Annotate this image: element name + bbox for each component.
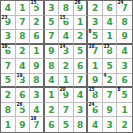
cell-r0c1[interactable]: 1	[16, 1, 31, 16]
cage-sum: 8	[117, 88, 121, 92]
cell-value: 2	[77, 31, 83, 41]
cell-value: 9	[122, 31, 128, 41]
cell-value: 5	[107, 61, 113, 71]
cage-sum: 26	[16, 103, 23, 107]
cell-value: 5	[5, 75, 11, 85]
cell-value: 4	[33, 105, 39, 115]
cell-r4c3[interactable]: 8	[45, 59, 60, 74]
cell-value: 2	[48, 105, 54, 115]
cell-r6c0[interactable]: 2	[1, 88, 16, 103]
cell-r0c5[interactable]: 269	[74, 1, 89, 16]
cell-r7c1[interactable]: 265	[16, 103, 31, 118]
cell-value: 4	[107, 17, 113, 27]
cell-value: 7	[107, 90, 113, 100]
cell-value: 4	[122, 46, 128, 56]
cell-r5c1[interactable]: 193	[16, 74, 31, 89]
cell-r0c3[interactable]: 3	[45, 1, 60, 16]
cell-r8c1[interactable]: 9	[16, 117, 31, 132]
cell-value: 7	[48, 31, 54, 41]
cell-value: 3	[5, 31, 11, 41]
cell-r5c7[interactable]: 42	[103, 74, 118, 89]
cell-value: 2	[5, 90, 11, 100]
cell-r0c4[interactable]: 8	[59, 1, 74, 16]
cell-value: 4	[63, 31, 69, 41]
cell-r6c4[interactable]: 209	[59, 88, 74, 103]
cell-value: 6	[19, 90, 25, 100]
cell-r8c8[interactable]: 2	[117, 117, 132, 132]
cell-value: 4	[48, 75, 54, 85]
cell-value: 5	[77, 46, 83, 56]
sudoku-board: 4115538269262472397251561348386742651916…	[0, 0, 133, 133]
cell-value: 8	[48, 61, 54, 71]
cell-r5c0[interactable]: 5	[1, 74, 16, 89]
cell-r5c4[interactable]: 1	[59, 74, 74, 89]
cell-r1c1[interactable]: 7	[16, 16, 31, 31]
cell-value: 1	[92, 61, 98, 71]
cell-r7c7[interactable]: 9	[103, 103, 118, 118]
cage-sum: 16	[30, 117, 37, 121]
cell-r0c7[interactable]: 6	[103, 1, 118, 16]
cell-value: 2	[63, 61, 69, 71]
cell-value: 1	[19, 3, 25, 13]
cell-r8c4[interactable]: 5	[59, 117, 74, 132]
cell-r3c1[interactable]: 2	[16, 45, 31, 60]
cell-r6c1[interactable]: 6	[16, 88, 31, 103]
cell-r0c2[interactable]: 155	[30, 1, 45, 16]
cell-value: 3	[122, 61, 128, 71]
cage-sum: 24	[88, 103, 95, 107]
cell-r5c6[interactable]: 9	[88, 74, 103, 89]
cell-r3c7[interactable]: 138	[103, 45, 118, 60]
cell-value: 8	[63, 3, 69, 13]
cage-sum: 23	[1, 16, 8, 20]
cell-r7c0[interactable]: 8	[1, 103, 16, 118]
cell-r2c2[interactable]: 6	[30, 30, 45, 45]
cell-value: 3	[33, 90, 39, 100]
cell-value: 9	[48, 46, 54, 56]
cell-r4c7[interactable]: 5	[103, 59, 118, 74]
cell-r3c2[interactable]: 1	[30, 45, 45, 60]
cell-value: 1	[48, 90, 54, 100]
cell-value: 6	[107, 3, 113, 13]
cell-r2c5[interactable]: 2	[74, 30, 89, 45]
cell-r4c5[interactable]: 6	[74, 59, 89, 74]
cell-r3c0[interactable]: 166	[1, 45, 16, 60]
cell-value: 1	[122, 105, 128, 115]
cell-r1c5[interactable]: 1	[74, 16, 89, 31]
cell-r2c7[interactable]: 1	[103, 30, 118, 45]
cell-r2c8[interactable]: 9	[117, 30, 132, 45]
cell-r5c5[interactable]: 7	[74, 74, 89, 89]
cell-r4c8[interactable]: 3	[117, 59, 132, 74]
cage-sum: 20	[59, 88, 66, 92]
cell-value: 3	[92, 17, 98, 27]
cell-r1c4[interactable]: 156	[59, 16, 74, 31]
cell-value: 5	[92, 31, 98, 41]
cell-r4c2[interactable]: 9	[30, 59, 45, 74]
cell-r7c2[interactable]: 4	[30, 103, 45, 118]
cell-r1c3[interactable]: 5	[45, 16, 60, 31]
cell-r0c0[interactable]: 4	[1, 1, 16, 16]
cell-r3c6[interactable]: 107	[88, 45, 103, 60]
cage-sum: 10	[88, 45, 95, 49]
cell-value: 1	[5, 120, 11, 130]
cell-r3c5[interactable]: 5	[74, 45, 89, 60]
cage-sum: 14	[59, 45, 66, 49]
cell-value: 9	[92, 75, 98, 85]
cell-r1c2[interactable]: 2	[30, 16, 45, 31]
cell-value: 1	[77, 17, 83, 27]
cell-r7c3[interactable]: 2	[45, 103, 60, 118]
cell-r3c3[interactable]: 9	[45, 45, 60, 60]
cell-r1c6[interactable]: 3	[88, 16, 103, 31]
cell-value: 4	[92, 120, 98, 130]
cell-r7c4[interactable]: 7	[59, 103, 74, 118]
cell-r7c5[interactable]: 3	[74, 103, 89, 118]
cell-value: 6	[77, 61, 83, 71]
cell-value: 7	[19, 17, 25, 27]
cell-value: 3	[77, 105, 83, 115]
cell-value: 3	[107, 120, 113, 130]
cell-r6c7[interactable]: 7	[103, 88, 118, 103]
cage-sum: 13	[103, 45, 110, 49]
cell-r5c8[interactable]: 6	[117, 74, 132, 89]
cell-r7c8[interactable]: 1	[117, 103, 132, 118]
cell-r4c6[interactable]: 1	[88, 59, 103, 74]
cell-value: 8	[33, 75, 39, 85]
cell-r6c2[interactable]: 3	[30, 88, 45, 103]
cage-sum: 6	[88, 30, 92, 34]
cell-r8c2[interactable]: 167	[30, 117, 45, 132]
cell-r2c6[interactable]: 65	[88, 30, 103, 45]
cell-r6c5[interactable]: 4	[74, 88, 89, 103]
cell-r3c8[interactable]: 4	[117, 45, 132, 60]
cell-value: 4	[5, 3, 11, 13]
cell-value: 5	[48, 17, 54, 27]
cell-value: 1	[33, 46, 39, 56]
cell-value: 8	[5, 105, 11, 115]
cage-sum: 24	[117, 1, 124, 5]
cell-r3c4[interactable]: 143	[59, 45, 74, 60]
cage-sum: 15	[88, 88, 95, 92]
cell-value: 7	[77, 75, 83, 85]
cage-sum: 15	[59, 16, 66, 20]
cell-r4c4[interactable]: 2	[59, 59, 74, 74]
cell-value: 9	[33, 61, 39, 71]
cell-value: 1	[63, 75, 69, 85]
cell-value: 9	[19, 120, 25, 130]
cell-r2c4[interactable]: 4	[59, 30, 74, 45]
cell-r8c0[interactable]: 1	[1, 117, 16, 132]
cell-value: 2	[92, 3, 98, 13]
cell-value: 8	[19, 31, 25, 41]
cell-value: 2	[107, 75, 113, 85]
cell-r6c8[interactable]: 85	[117, 88, 132, 103]
cell-value: 2	[33, 17, 39, 27]
cage-sum: 16	[1, 45, 8, 49]
cell-r8c7[interactable]: 3	[103, 117, 118, 132]
cell-value: 1	[107, 31, 113, 41]
cell-value: 6	[48, 120, 54, 130]
cell-r8c3[interactable]: 6	[45, 117, 60, 132]
cell-value: 3	[48, 3, 54, 13]
cage-sum: 4	[103, 74, 107, 78]
cell-r4c0[interactable]: 7	[1, 59, 16, 74]
cell-r8c5[interactable]: 8	[74, 117, 89, 132]
cell-r1c8[interactable]: 8	[117, 16, 132, 31]
cell-r7c6[interactable]: 246	[88, 103, 103, 118]
cell-r8c6[interactable]: 4	[88, 117, 103, 132]
cell-r5c3[interactable]: 4	[45, 74, 60, 89]
cell-r0c6[interactable]: 2	[88, 1, 103, 16]
cell-value: 8	[77, 120, 83, 130]
cell-r2c0[interactable]: 3	[1, 30, 16, 45]
cell-value: 5	[63, 120, 69, 130]
cell-value: 9	[107, 105, 113, 115]
cell-r0c8[interactable]: 247	[117, 1, 132, 16]
cage-sum: 19	[16, 74, 23, 78]
cell-r6c6[interactable]: 158	[88, 88, 103, 103]
cell-r4c1[interactable]: 4	[16, 59, 31, 74]
cell-value: 5	[122, 90, 128, 100]
cell-r5c2[interactable]: 8	[30, 74, 45, 89]
cell-value: 2	[122, 120, 128, 130]
cell-value: 2	[19, 46, 25, 56]
cage-sum: 26	[74, 1, 81, 5]
cell-r2c3[interactable]: 7	[45, 30, 60, 45]
cell-value: 4	[19, 61, 25, 71]
cage-sum: 15	[30, 1, 37, 5]
cell-value: 8	[122, 17, 128, 27]
cell-value: 7	[5, 61, 11, 71]
cell-r6c3[interactable]: 1	[45, 88, 60, 103]
cell-value: 4	[77, 90, 83, 100]
cell-value: 6	[122, 75, 128, 85]
cell-r1c7[interactable]: 4	[103, 16, 118, 31]
cell-value: 6	[33, 31, 39, 41]
cell-r2c1[interactable]: 8	[16, 30, 31, 45]
cell-value: 7	[63, 105, 69, 115]
cell-r1c0[interactable]: 239	[1, 16, 16, 31]
